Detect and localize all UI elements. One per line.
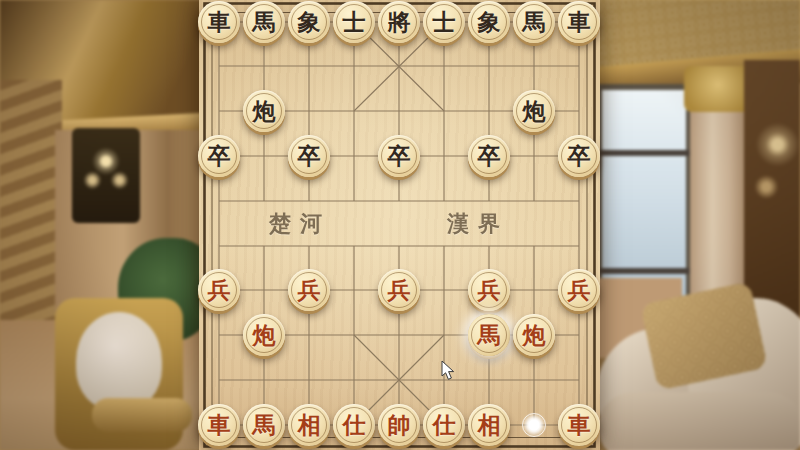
piece-character: 將 [388,11,411,34]
piece-character: 仕 [343,414,366,437]
piece-character: 炮 [253,100,276,123]
piece-black-advisor[interactable]: 士 [333,1,375,43]
piece-character: 卒 [388,145,411,168]
piece-red-chariot[interactable]: 車 [558,404,600,446]
river-label-han-jie: 漢界 [447,209,509,239]
piece-character: 車 [568,414,591,437]
piece-red-elephant[interactable]: 相 [288,404,330,446]
piece-character: 士 [433,11,456,34]
piece-character: 帥 [388,414,411,437]
piece-character: 炮 [523,324,546,347]
piece-black-soldier[interactable]: 卒 [288,135,330,177]
piece-character: 相 [298,414,321,437]
piece-red-soldier[interactable]: 兵 [468,269,510,311]
piece-character: 馬 [253,414,276,437]
piece-black-soldier[interactable]: 卒 [198,135,240,177]
piece-character: 馬 [478,324,501,347]
piece-black-chariot[interactable]: 車 [558,1,600,43]
last-move-origin-marker [519,410,549,440]
piece-character: 卒 [208,145,231,168]
piece-character: 象 [478,11,501,34]
piece-red-chariot[interactable]: 車 [198,404,240,446]
piece-character: 兵 [208,279,231,302]
piece-character: 兵 [478,279,501,302]
piece-red-soldier[interactable]: 兵 [288,269,330,311]
piece-black-horse[interactable]: 馬 [243,1,285,43]
piece-character: 仕 [433,414,456,437]
river-label-chu-he: 楚河 [269,209,331,239]
piece-red-advisor[interactable]: 仕 [423,404,465,446]
piece-character: 士 [343,11,366,34]
piece-character: 馬 [523,11,546,34]
piece-black-soldier[interactable]: 卒 [468,135,510,177]
piece-black-cannon[interactable]: 炮 [243,90,285,132]
piece-character: 車 [208,414,231,437]
piece-black-elephant[interactable]: 象 [288,1,330,43]
piece-character: 炮 [523,100,546,123]
piece-red-general[interactable]: 帥 [378,404,420,446]
piece-black-cannon[interactable]: 炮 [513,90,555,132]
piece-black-horse[interactable]: 馬 [513,1,555,43]
piece-character: 相 [478,414,501,437]
piece-character: 炮 [253,324,276,347]
piece-character: 車 [208,11,231,34]
piece-red-advisor[interactable]: 仕 [333,404,375,446]
piece-character: 卒 [568,145,591,168]
piece-red-elephant[interactable]: 相 [468,404,510,446]
piece-red-soldier[interactable]: 兵 [198,269,240,311]
piece-black-soldier[interactable]: 卒 [378,135,420,177]
board-grid [199,0,600,450]
mouse-cursor [441,360,456,381]
piece-red-horse[interactable]: 馬 [468,314,510,356]
piece-character: 卒 [298,145,321,168]
piece-red-soldier[interactable]: 兵 [558,269,600,311]
piece-character: 卒 [478,145,501,168]
piece-black-elephant[interactable]: 象 [468,1,510,43]
piece-character: 車 [568,11,591,34]
xiangqi-board[interactable]: 楚河 漢界 車馬象士將士象馬車炮炮卒卒卒卒卒兵兵兵兵兵炮馬炮車馬相仕帥仕相車 [199,0,600,450]
piece-black-advisor[interactable]: 士 [423,1,465,43]
piece-red-soldier[interactable]: 兵 [378,269,420,311]
piece-character: 兵 [298,279,321,302]
piece-character: 馬 [253,11,276,34]
piece-character: 兵 [568,279,591,302]
piece-black-soldier[interactable]: 卒 [558,135,600,177]
xiangqi-game-screen: 楚河 漢界 車馬象士將士象馬車炮炮卒卒卒卒卒兵兵兵兵兵炮馬炮車馬相仕帥仕相車 [0,0,800,450]
piece-red-cannon[interactable]: 炮 [243,314,285,356]
piece-black-chariot[interactable]: 車 [198,1,240,43]
piece-red-horse[interactable]: 馬 [243,404,285,446]
piece-red-cannon[interactable]: 炮 [513,314,555,356]
piece-black-general[interactable]: 將 [378,1,420,43]
piece-character: 象 [298,11,321,34]
piece-character: 兵 [388,279,411,302]
